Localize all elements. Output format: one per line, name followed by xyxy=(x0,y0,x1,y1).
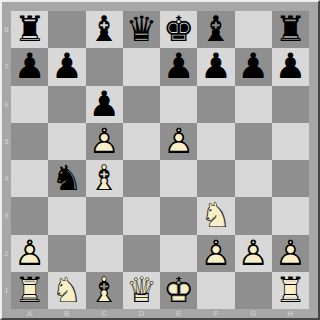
rank-label-2: 2 xyxy=(2,235,11,272)
square-b6[interactable] xyxy=(48,86,85,123)
square-a1[interactable]: ♜♖ xyxy=(11,272,48,309)
square-g5[interactable] xyxy=(235,123,272,160)
square-g8[interactable] xyxy=(235,11,272,48)
square-h8[interactable]: ♜ xyxy=(272,11,309,48)
file-label-g: G xyxy=(235,309,272,318)
piece-glyph: ♞ xyxy=(48,160,85,197)
piece-glyph: ♟ xyxy=(197,48,234,85)
rank-labels: 87654321 xyxy=(2,11,11,309)
piece-glyph-outline: ♘ xyxy=(197,197,234,234)
square-d5[interactable] xyxy=(123,123,160,160)
piece-glyph: ♟ xyxy=(235,235,272,272)
square-f3[interactable]: ♞♘ xyxy=(197,197,234,234)
piece-glyph: ♞ xyxy=(48,272,85,309)
square-f5[interactable] xyxy=(197,123,234,160)
piece-glyph-outline: ♘ xyxy=(48,272,85,309)
piece-glyph: ♜ xyxy=(272,11,309,48)
square-d1[interactable]: ♛♕ xyxy=(123,272,160,309)
white-rook-h1: ♜♖ xyxy=(272,272,309,309)
white-pawn-g2: ♟♙ xyxy=(235,235,272,272)
white-knight-f3: ♞♘ xyxy=(197,197,234,234)
chess-board-frame: 87654321 ♜♝♛♚♝♜♟♟♟♟♟♟♟♟♙♟♙♞♝♗♞♘♟♙♟♙♟♙♟♙♜… xyxy=(0,0,320,320)
square-g2[interactable]: ♟♙ xyxy=(235,235,272,272)
square-c5[interactable]: ♟♙ xyxy=(86,123,123,160)
black-knight-b4: ♞ xyxy=(48,160,85,197)
square-h6[interactable] xyxy=(272,86,309,123)
piece-glyph-outline: ♕ xyxy=(123,272,160,309)
piece-glyph-outline: ♙ xyxy=(197,235,234,272)
square-b7[interactable]: ♟ xyxy=(48,48,85,85)
file-label-b: B xyxy=(48,309,85,318)
square-a4[interactable] xyxy=(11,160,48,197)
piece-glyph: ♟ xyxy=(160,123,197,160)
square-d4[interactable] xyxy=(123,160,160,197)
piece-glyph-outline: ♖ xyxy=(272,272,309,309)
black-pawn-e7: ♟ xyxy=(160,48,197,85)
rank-label-4: 4 xyxy=(2,160,11,197)
square-a2[interactable]: ♟♙ xyxy=(11,235,48,272)
piece-glyph-outline: ♙ xyxy=(160,123,197,160)
piece-glyph: ♟ xyxy=(235,48,272,85)
square-a8[interactable]: ♜ xyxy=(11,11,48,48)
file-label-d: D xyxy=(123,309,160,318)
square-b8[interactable] xyxy=(48,11,85,48)
white-pawn-h2: ♟♙ xyxy=(272,235,309,272)
black-rook-a8: ♜ xyxy=(11,11,48,48)
square-f8[interactable]: ♝ xyxy=(197,11,234,48)
rank-label-6: 6 xyxy=(2,86,11,123)
white-bishop-c1: ♝♗ xyxy=(86,272,123,309)
piece-glyph: ♟ xyxy=(272,235,309,272)
square-c3[interactable] xyxy=(86,197,123,234)
square-d6[interactable] xyxy=(123,86,160,123)
rank-label-7: 7 xyxy=(2,48,11,85)
black-pawn-g7: ♟ xyxy=(235,48,272,85)
piece-glyph: ♞ xyxy=(197,197,234,234)
piece-glyph: ♜ xyxy=(272,272,309,309)
square-e1[interactable]: ♚♔ xyxy=(160,272,197,309)
file-label-f: F xyxy=(197,309,234,318)
file-labels: ABCDEFGH xyxy=(11,309,309,318)
square-h1[interactable]: ♜♖ xyxy=(272,272,309,309)
piece-glyph: ♟ xyxy=(11,235,48,272)
square-g1[interactable] xyxy=(235,272,272,309)
white-pawn-c5: ♟♙ xyxy=(86,123,123,160)
black-bishop-c8: ♝ xyxy=(86,11,123,48)
piece-glyph-outline: ♙ xyxy=(86,123,123,160)
piece-glyph: ♝ xyxy=(86,11,123,48)
white-queen-d1: ♛♕ xyxy=(123,272,160,309)
square-b2[interactable] xyxy=(48,235,85,272)
rank-label-8: 8 xyxy=(2,11,11,48)
square-b3[interactable] xyxy=(48,197,85,234)
white-bishop-c4: ♝♗ xyxy=(86,160,123,197)
square-e8[interactable]: ♚ xyxy=(160,11,197,48)
square-f4[interactable] xyxy=(197,160,234,197)
piece-glyph-outline: ♙ xyxy=(11,235,48,272)
rank-label-3: 3 xyxy=(2,197,11,234)
square-c8[interactable]: ♝ xyxy=(86,11,123,48)
square-f6[interactable] xyxy=(197,86,234,123)
file-label-a: A xyxy=(11,309,48,318)
piece-glyph-outline: ♙ xyxy=(272,235,309,272)
piece-glyph-outline: ♖ xyxy=(11,272,48,309)
square-e5[interactable]: ♟♙ xyxy=(160,123,197,160)
black-pawn-a7: ♟ xyxy=(11,48,48,85)
piece-glyph: ♟ xyxy=(86,123,123,160)
black-rook-h8: ♜ xyxy=(272,11,309,48)
square-a5[interactable] xyxy=(11,123,48,160)
black-pawn-h7: ♟ xyxy=(272,48,309,85)
square-e6[interactable] xyxy=(160,86,197,123)
piece-glyph: ♝ xyxy=(86,272,123,309)
square-h7[interactable]: ♟ xyxy=(272,48,309,85)
piece-glyph-outline: ♗ xyxy=(86,272,123,309)
piece-glyph: ♟ xyxy=(160,48,197,85)
black-pawn-b7: ♟ xyxy=(48,48,85,85)
piece-glyph: ♟ xyxy=(197,235,234,272)
white-pawn-a2: ♟♙ xyxy=(11,235,48,272)
square-f7[interactable]: ♟ xyxy=(197,48,234,85)
piece-glyph: ♚ xyxy=(160,272,197,309)
square-h5[interactable] xyxy=(272,123,309,160)
file-label-h: H xyxy=(272,309,309,318)
file-label-e: E xyxy=(160,309,197,318)
square-c6[interactable]: ♟ xyxy=(86,86,123,123)
square-b5[interactable] xyxy=(48,123,85,160)
piece-glyph: ♛ xyxy=(123,11,160,48)
rank-label-5: 5 xyxy=(2,123,11,160)
white-rook-a1: ♜♖ xyxy=(11,272,48,309)
piece-glyph: ♜ xyxy=(11,272,48,309)
square-a3[interactable] xyxy=(11,197,48,234)
rank-label-1: 1 xyxy=(2,272,11,309)
black-pawn-c6: ♟ xyxy=(86,86,123,123)
white-king-e1: ♚♔ xyxy=(160,272,197,309)
piece-glyph-outline: ♙ xyxy=(235,235,272,272)
chess-board: ♜♝♛♚♝♜♟♟♟♟♟♟♟♟♙♟♙♞♝♗♞♘♟♙♟♙♟♙♟♙♜♖♞♘♝♗♛♕♚♔… xyxy=(11,11,309,309)
square-e7[interactable]: ♟ xyxy=(160,48,197,85)
square-a6[interactable] xyxy=(11,86,48,123)
white-pawn-f2: ♟♙ xyxy=(197,235,234,272)
piece-glyph-outline: ♗ xyxy=(86,160,123,197)
square-h3[interactable] xyxy=(272,197,309,234)
square-c7[interactable] xyxy=(86,48,123,85)
square-d2[interactable] xyxy=(123,235,160,272)
square-b4[interactable]: ♞ xyxy=(48,160,85,197)
black-king-e8: ♚ xyxy=(160,11,197,48)
square-c4[interactable]: ♝♗ xyxy=(86,160,123,197)
white-pawn-e5: ♟♙ xyxy=(160,123,197,160)
square-e4[interactable] xyxy=(160,160,197,197)
white-knight-b1: ♞♘ xyxy=(48,272,85,309)
piece-glyph: ♟ xyxy=(86,86,123,123)
square-a7[interactable]: ♟ xyxy=(11,48,48,85)
square-b1[interactable]: ♞♘ xyxy=(48,272,85,309)
square-f1[interactable] xyxy=(197,272,234,309)
square-d7[interactable] xyxy=(123,48,160,85)
piece-glyph: ♝ xyxy=(197,11,234,48)
piece-glyph: ♟ xyxy=(11,48,48,85)
square-d3[interactable] xyxy=(123,197,160,234)
square-c2[interactable] xyxy=(86,235,123,272)
piece-glyph: ♛ xyxy=(123,272,160,309)
piece-glyph: ♚ xyxy=(160,11,197,48)
black-pawn-f7: ♟ xyxy=(197,48,234,85)
file-label-c: C xyxy=(86,309,123,318)
square-e3[interactable] xyxy=(160,197,197,234)
square-g6[interactable] xyxy=(235,86,272,123)
black-queen-d8: ♛ xyxy=(123,11,160,48)
piece-glyph: ♜ xyxy=(11,11,48,48)
square-e2[interactable] xyxy=(160,235,197,272)
square-c1[interactable]: ♝♗ xyxy=(86,272,123,309)
square-g4[interactable] xyxy=(235,160,272,197)
square-h4[interactable] xyxy=(272,160,309,197)
square-h2[interactable]: ♟♙ xyxy=(272,235,309,272)
square-g3[interactable] xyxy=(235,197,272,234)
black-bishop-f8: ♝ xyxy=(197,11,234,48)
piece-glyph-outline: ♔ xyxy=(160,272,197,309)
square-f2[interactable]: ♟♙ xyxy=(197,235,234,272)
piece-glyph: ♝ xyxy=(86,160,123,197)
square-g7[interactable]: ♟ xyxy=(235,48,272,85)
piece-glyph: ♟ xyxy=(48,48,85,85)
square-d8[interactable]: ♛ xyxy=(123,11,160,48)
piece-glyph: ♟ xyxy=(272,48,309,85)
